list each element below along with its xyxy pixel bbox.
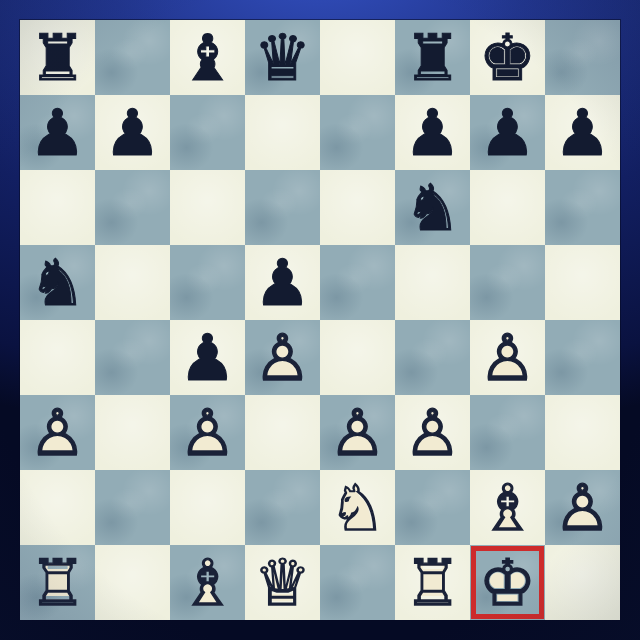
- black-pawn: ♟: [20, 95, 95, 170]
- square-b6[interactable]: [95, 170, 170, 245]
- black-pawn-glyph: ♟: [20, 95, 95, 170]
- black-pawn: ♟: [95, 95, 170, 170]
- white-king-outline-glyph: ♔: [470, 545, 545, 620]
- square-h4[interactable]: [545, 320, 620, 395]
- square-f4[interactable]: [395, 320, 470, 395]
- square-h1[interactable]: [545, 545, 620, 620]
- square-h5[interactable]: [545, 245, 620, 320]
- square-e8[interactable]: [320, 20, 395, 95]
- square-f7[interactable]: ♟: [395, 95, 470, 170]
- square-g2[interactable]: ♝♗: [470, 470, 545, 545]
- square-e7[interactable]: [320, 95, 395, 170]
- square-e4[interactable]: [320, 320, 395, 395]
- black-king: ♚: [470, 20, 545, 95]
- white-bishop: ♝♗: [170, 545, 245, 620]
- white-pawn-outline-glyph: ♙: [470, 320, 545, 395]
- black-pawn: ♟: [470, 95, 545, 170]
- black-pawn-glyph: ♟: [170, 320, 245, 395]
- square-a2[interactable]: [20, 470, 95, 545]
- white-rook-outline-glyph: ♖: [20, 545, 95, 620]
- square-c7[interactable]: [170, 95, 245, 170]
- square-g1[interactable]: ♚♔: [470, 545, 545, 620]
- white-rook: ♜♖: [395, 545, 470, 620]
- white-pawn: ♟♙: [395, 395, 470, 470]
- chess-board: ♜♝♛♜♚♟♟♟♟♟♞♞♟♟♟♙♟♙♟♙♟♙♟♙♟♙♞♘♝♗♟♙♜♖♝♗♛♕♜♖…: [20, 20, 620, 620]
- square-g3[interactable]: [470, 395, 545, 470]
- square-c6[interactable]: [170, 170, 245, 245]
- black-rook-glyph: ♜: [20, 20, 95, 95]
- black-knight: ♞: [395, 170, 470, 245]
- black-pawn: ♟: [395, 95, 470, 170]
- square-f5[interactable]: [395, 245, 470, 320]
- square-f6[interactable]: ♞: [395, 170, 470, 245]
- black-knight-glyph: ♞: [20, 245, 95, 320]
- white-pawn: ♟♙: [170, 395, 245, 470]
- white-knight: ♞♘: [320, 470, 395, 545]
- square-b5[interactable]: [95, 245, 170, 320]
- white-pawn-outline-glyph: ♙: [20, 395, 95, 470]
- black-queen: ♛: [245, 20, 320, 95]
- white-bishop: ♝♗: [470, 470, 545, 545]
- square-b3[interactable]: [95, 395, 170, 470]
- black-king-glyph: ♚: [470, 20, 545, 95]
- black-pawn-glyph: ♟: [545, 95, 620, 170]
- square-d6[interactable]: [245, 170, 320, 245]
- square-d5[interactable]: ♟: [245, 245, 320, 320]
- square-b4[interactable]: [95, 320, 170, 395]
- square-g4[interactable]: ♟♙: [470, 320, 545, 395]
- square-a5[interactable]: ♞: [20, 245, 95, 320]
- square-e2[interactable]: ♞♘: [320, 470, 395, 545]
- square-f1[interactable]: ♜♖: [395, 545, 470, 620]
- square-e1[interactable]: [320, 545, 395, 620]
- white-rook-outline-glyph: ♖: [395, 545, 470, 620]
- square-c1[interactable]: ♝♗: [170, 545, 245, 620]
- square-g5[interactable]: [470, 245, 545, 320]
- white-bishop-outline-glyph: ♗: [170, 545, 245, 620]
- white-bishop-outline-glyph: ♗: [470, 470, 545, 545]
- square-a6[interactable]: [20, 170, 95, 245]
- white-rook: ♜♖: [20, 545, 95, 620]
- white-pawn-outline-glyph: ♙: [545, 470, 620, 545]
- square-e6[interactable]: [320, 170, 395, 245]
- square-d8[interactable]: ♛: [245, 20, 320, 95]
- white-pawn-outline-glyph: ♙: [245, 320, 320, 395]
- square-b1[interactable]: [95, 545, 170, 620]
- square-a8[interactable]: ♜: [20, 20, 95, 95]
- square-a1[interactable]: ♜♖: [20, 545, 95, 620]
- square-e5[interactable]: [320, 245, 395, 320]
- square-c4[interactable]: ♟: [170, 320, 245, 395]
- black-queen-glyph: ♛: [245, 20, 320, 95]
- white-pawn: ♟♙: [545, 470, 620, 545]
- black-pawn-glyph: ♟: [95, 95, 170, 170]
- white-king: ♚♔: [470, 545, 545, 620]
- square-c3[interactable]: ♟♙: [170, 395, 245, 470]
- black-bishop-glyph: ♝: [170, 20, 245, 95]
- white-pawn-outline-glyph: ♙: [170, 395, 245, 470]
- white-pawn: ♟♙: [470, 320, 545, 395]
- white-pawn-outline-glyph: ♙: [320, 395, 395, 470]
- black-pawn-glyph: ♟: [470, 95, 545, 170]
- square-d3[interactable]: [245, 395, 320, 470]
- black-rook: ♜: [395, 20, 470, 95]
- square-g7[interactable]: ♟: [470, 95, 545, 170]
- white-pawn: ♟♙: [320, 395, 395, 470]
- square-h3[interactable]: [545, 395, 620, 470]
- square-c2[interactable]: [170, 470, 245, 545]
- white-queen-outline-glyph: ♕: [245, 545, 320, 620]
- square-g8[interactable]: ♚: [470, 20, 545, 95]
- square-h7[interactable]: ♟: [545, 95, 620, 170]
- black-pawn: ♟: [545, 95, 620, 170]
- square-h2[interactable]: ♟♙: [545, 470, 620, 545]
- square-d4[interactable]: ♟♙: [245, 320, 320, 395]
- square-d1[interactable]: ♛♕: [245, 545, 320, 620]
- square-a3[interactable]: ♟♙: [20, 395, 95, 470]
- square-g6[interactable]: [470, 170, 545, 245]
- white-pawn: ♟♙: [20, 395, 95, 470]
- chessboard-app: ♜♝♛♜♚♟♟♟♟♟♞♞♟♟♟♙♟♙♟♙♟♙♟♙♟♙♞♘♝♗♟♙♜♖♝♗♛♕♜♖…: [0, 0, 640, 640]
- black-pawn-glyph: ♟: [245, 245, 320, 320]
- square-c5[interactable]: [170, 245, 245, 320]
- square-f2[interactable]: [395, 470, 470, 545]
- white-knight-outline-glyph: ♘: [320, 470, 395, 545]
- square-f3[interactable]: ♟♙: [395, 395, 470, 470]
- black-knight: ♞: [20, 245, 95, 320]
- square-a7[interactable]: ♟: [20, 95, 95, 170]
- square-a4[interactable]: [20, 320, 95, 395]
- black-pawn: ♟: [170, 320, 245, 395]
- square-f8[interactable]: ♜: [395, 20, 470, 95]
- black-rook: ♜: [20, 20, 95, 95]
- square-b2[interactable]: [95, 470, 170, 545]
- square-c8[interactable]: ♝: [170, 20, 245, 95]
- square-b8[interactable]: [95, 20, 170, 95]
- square-d7[interactable]: [245, 95, 320, 170]
- square-b7[interactable]: ♟: [95, 95, 170, 170]
- white-pawn: ♟♙: [245, 320, 320, 395]
- black-pawn-glyph: ♟: [395, 95, 470, 170]
- square-e3[interactable]: ♟♙: [320, 395, 395, 470]
- black-bishop: ♝: [170, 20, 245, 95]
- black-rook-glyph: ♜: [395, 20, 470, 95]
- square-h8[interactable]: [545, 20, 620, 95]
- white-queen: ♛♕: [245, 545, 320, 620]
- black-pawn: ♟: [245, 245, 320, 320]
- square-h6[interactable]: [545, 170, 620, 245]
- black-knight-glyph: ♞: [395, 170, 470, 245]
- square-d2[interactable]: [245, 470, 320, 545]
- white-pawn-outline-glyph: ♙: [395, 395, 470, 470]
